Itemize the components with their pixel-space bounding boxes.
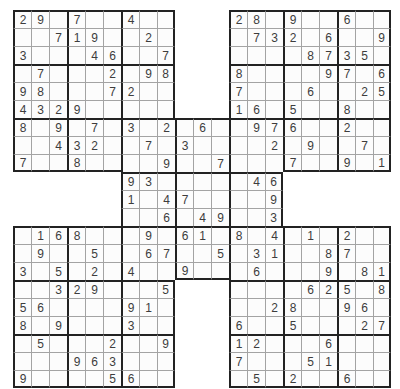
cell-r7c8[interactable] [139,118,157,136]
cell-r1c9[interactable] [157,10,175,28]
cell-r10c8[interactable]: 3 [139,172,157,190]
cell-r13c21[interactable] [373,226,391,244]
cell-r4c20[interactable] [355,64,373,82]
cell-r7c7[interactable]: 3 [121,118,139,136]
cell-r13c2[interactable]: 1 [31,226,49,244]
cell-r20c21[interactable] [373,352,391,370]
cell-r9c14[interactable] [247,154,265,172]
cell-r3c7[interactable] [121,46,139,64]
cell-r3c1[interactable]: 3 [13,46,31,64]
cell-r21c21[interactable] [373,370,391,388]
cell-r16c17[interactable]: 6 [301,280,319,298]
cell-r19c14[interactable]: 2 [247,334,265,352]
cell-r11c14[interactable] [247,190,265,208]
cell-r5c17[interactable]: 6 [301,82,319,100]
cell-r18c17[interactable] [301,316,319,334]
cell-r1c2[interactable]: 9 [31,10,49,28]
cell-r11c9[interactable]: 4 [157,190,175,208]
cell-r3c4[interactable] [67,46,85,64]
cell-r17c1[interactable]: 5 [13,298,31,316]
cell-r2c6[interactable] [103,28,121,46]
cell-r15c5[interactable]: 2 [85,262,103,280]
cell-r13c13[interactable]: 8 [229,226,247,244]
cell-r8c5[interactable]: 2 [85,136,103,154]
cell-r11c8[interactable] [139,190,157,208]
cell-r20c5[interactable]: 6 [85,352,103,370]
cell-r2c20[interactable] [355,28,373,46]
cell-r14c12[interactable]: 5 [211,244,229,262]
cell-r7c18[interactable] [319,118,337,136]
cell-r4c19[interactable]: 7 [337,64,355,82]
cell-r6c9[interactable] [157,100,175,118]
cell-r13c8[interactable]: 9 [139,226,157,244]
cell-r3c20[interactable]: 5 [355,46,373,64]
cell-r1c14[interactable]: 8 [247,10,265,28]
cell-r18c1[interactable]: 8 [13,316,31,334]
cell-r16c16[interactable] [283,280,301,298]
cell-r7c5[interactable]: 7 [85,118,103,136]
cell-r6c6[interactable] [103,100,121,118]
cell-r15c17[interactable] [301,262,319,280]
cell-r20c8[interactable] [139,352,157,370]
cell-r13c14[interactable] [247,226,265,244]
cell-r8c8[interactable]: 7 [139,136,157,154]
cell-r5c18[interactable] [319,82,337,100]
cell-r13c19[interactable]: 2 [337,226,355,244]
cell-r11c11[interactable] [193,190,211,208]
cell-r5c1[interactable]: 9 [13,82,31,100]
cell-r14c8[interactable]: 6 [139,244,157,262]
cell-r7c20[interactable] [355,118,373,136]
cell-r14c3[interactable] [49,244,67,262]
cell-r6c3[interactable]: 2 [49,100,67,118]
cell-r4c13[interactable]: 8 [229,64,247,82]
cell-r19c7[interactable] [121,334,139,352]
cell-r5c16[interactable] [283,82,301,100]
cell-r8c2[interactable] [31,136,49,154]
cell-r9c2[interactable] [31,154,49,172]
cell-r20c1[interactable] [13,352,31,370]
cell-r8c12[interactable] [211,136,229,154]
cell-r14c1[interactable] [13,244,31,262]
cell-r1c1[interactable]: 2 [13,10,31,28]
cell-r2c19[interactable] [337,28,355,46]
cell-r1c5[interactable] [85,10,103,28]
cell-r18c20[interactable]: 2 [355,316,373,334]
cell-r6c1[interactable]: 4 [13,100,31,118]
cell-r5c15[interactable] [265,82,283,100]
cell-r4c9[interactable]: 8 [157,64,175,82]
cell-r16c9[interactable]: 5 [157,280,175,298]
cell-r17c15[interactable]: 2 [265,298,283,316]
cell-r17c2[interactable]: 6 [31,298,49,316]
cell-r9c8[interactable] [139,154,157,172]
cell-r2c9[interactable] [157,28,175,46]
cell-r6c21[interactable] [373,100,391,118]
cell-r21c17[interactable] [301,370,319,388]
cell-r8c17[interactable]: 9 [301,136,319,154]
cell-r7c19[interactable]: 2 [337,118,355,136]
cell-r6c19[interactable]: 8 [337,100,355,118]
cell-r9c1[interactable]: 7 [13,154,31,172]
cell-r14c16[interactable] [283,244,301,262]
cell-r9c12[interactable]: 7 [211,154,229,172]
cell-r21c4[interactable] [67,370,85,388]
cell-r17c20[interactable]: 6 [355,298,373,316]
cell-r16c15[interactable] [265,280,283,298]
cell-r4c6[interactable]: 2 [103,64,121,82]
cell-r3c2[interactable] [31,46,49,64]
cell-r20c3[interactable] [49,352,67,370]
cell-r14c20[interactable] [355,244,373,262]
cell-r16c5[interactable]: 9 [85,280,103,298]
cell-r3c19[interactable]: 3 [337,46,355,64]
cell-r20c19[interactable] [337,352,355,370]
cell-r21c5[interactable] [85,370,103,388]
cell-r18c15[interactable] [265,316,283,334]
cell-r20c17[interactable]: 5 [301,352,319,370]
cell-r7c10[interactable] [175,118,193,136]
cell-r15c10[interactable]: 9 [175,262,193,280]
cell-r8c15[interactable]: 2 [265,136,283,154]
cell-r12c15[interactable]: 3 [265,208,283,226]
cell-r8c14[interactable] [247,136,265,154]
cell-r11c12[interactable] [211,190,229,208]
cell-r9c5[interactable] [85,154,103,172]
cell-r13c20[interactable] [355,226,373,244]
cell-r1c17[interactable] [301,10,319,28]
cell-r8c19[interactable] [337,136,355,154]
cell-r17c19[interactable]: 9 [337,298,355,316]
cell-r14c14[interactable]: 3 [247,244,265,262]
cell-r12c9[interactable]: 6 [157,208,175,226]
cell-r19c20[interactable] [355,334,373,352]
cell-r10c13[interactable] [229,172,247,190]
cell-r7c14[interactable]: 9 [247,118,265,136]
cell-r8c10[interactable]: 3 [175,136,193,154]
cell-r21c1[interactable]: 9 [13,370,31,388]
cell-r13c16[interactable] [283,226,301,244]
cell-r9c18[interactable] [319,154,337,172]
cell-r7c16[interactable]: 6 [283,118,301,136]
cell-r18c6[interactable] [103,316,121,334]
cell-r16c14[interactable] [247,280,265,298]
cell-r3c9[interactable]: 7 [157,46,175,64]
cell-r4c1[interactable] [13,64,31,82]
cell-r17c5[interactable] [85,298,103,316]
cell-r2c3[interactable]: 7 [49,28,67,46]
cell-r19c4[interactable] [67,334,85,352]
cell-r14c4[interactable] [67,244,85,262]
cell-r11c13[interactable] [229,190,247,208]
cell-r18c21[interactable]: 7 [373,316,391,334]
cell-r12c8[interactable] [139,208,157,226]
cell-r19c5[interactable] [85,334,103,352]
cell-r10c10[interactable] [175,172,193,190]
cell-r6c8[interactable] [139,100,157,118]
cell-r13c1[interactable] [13,226,31,244]
cell-r5c3[interactable] [49,82,67,100]
cell-r16c18[interactable]: 2 [319,280,337,298]
cell-r19c8[interactable] [139,334,157,352]
cell-r14c19[interactable]: 7 [337,244,355,262]
cell-r9c20[interactable] [355,154,373,172]
cell-r15c9[interactable] [157,262,175,280]
cell-r2c2[interactable] [31,28,49,46]
cell-r15c4[interactable] [67,262,85,280]
cell-r15c8[interactable] [139,262,157,280]
cell-r5c9[interactable] [157,82,175,100]
cell-r9c10[interactable] [175,154,193,172]
cell-r15c20[interactable]: 8 [355,262,373,280]
cell-r5c7[interactable]: 2 [121,82,139,100]
cell-r4c15[interactable] [265,64,283,82]
cell-r3c13[interactable] [229,46,247,64]
cell-r18c9[interactable] [157,316,175,334]
cell-r10c11[interactable] [193,172,211,190]
cell-r10c14[interactable]: 4 [247,172,265,190]
cell-r15c15[interactable] [265,262,283,280]
cell-r12c11[interactable]: 4 [193,208,211,226]
cell-r2c1[interactable] [13,28,31,46]
cell-r13c15[interactable]: 4 [265,226,283,244]
cell-r7c17[interactable] [301,118,319,136]
cell-r6c14[interactable]: 6 [247,100,265,118]
cell-r7c13[interactable] [229,118,247,136]
cell-r3c14[interactable] [247,46,265,64]
cell-r18c4[interactable] [67,316,85,334]
cell-r12c14[interactable] [247,208,265,226]
cell-r3c18[interactable]: 7 [319,46,337,64]
cell-r9c15[interactable] [265,154,283,172]
cell-r16c1[interactable] [13,280,31,298]
cell-r16c2[interactable] [31,280,49,298]
cell-r9c21[interactable]: 1 [373,154,391,172]
cell-r17c9[interactable] [157,298,175,316]
cell-r4c16[interactable] [283,64,301,82]
cell-r17c14[interactable] [247,298,265,316]
cell-r16c20[interactable] [355,280,373,298]
cell-r12c12[interactable]: 9 [211,208,229,226]
cell-r15c18[interactable]: 9 [319,262,337,280]
cell-r13c6[interactable] [103,226,121,244]
cell-r1c20[interactable] [355,10,373,28]
cell-r10c15[interactable]: 6 [265,172,283,190]
cell-r21c2[interactable] [31,370,49,388]
cell-r17c4[interactable] [67,298,85,316]
cell-r6c20[interactable] [355,100,373,118]
cell-r4c21[interactable]: 6 [373,64,391,82]
cell-r13c7[interactable] [121,226,139,244]
cell-r11c10[interactable]: 7 [175,190,193,208]
cell-r9c9[interactable]: 9 [157,154,175,172]
cell-r5c14[interactable] [247,82,265,100]
cell-r16c6[interactable] [103,280,121,298]
cell-r9c17[interactable] [301,154,319,172]
cell-r18c5[interactable] [85,316,103,334]
cell-r16c13[interactable] [229,280,247,298]
cell-r10c12[interactable] [211,172,229,190]
cell-r2c16[interactable]: 2 [283,28,301,46]
cell-r2c21[interactable]: 9 [373,28,391,46]
cell-r21c15[interactable] [265,370,283,388]
cell-r18c13[interactable]: 6 [229,316,247,334]
cell-r17c7[interactable]: 9 [121,298,139,316]
cell-r20c13[interactable]: 7 [229,352,247,370]
cell-r5c5[interactable] [85,82,103,100]
cell-r2c13[interactable] [229,28,247,46]
cell-r4c4[interactable] [67,64,85,82]
cell-r21c20[interactable] [355,370,373,388]
cell-r8c9[interactable] [157,136,175,154]
cell-r15c1[interactable]: 3 [13,262,31,280]
cell-r7c9[interactable]: 2 [157,118,175,136]
cell-r21c8[interactable] [139,370,157,388]
cell-r1c18[interactable] [319,10,337,28]
cell-r5c13[interactable]: 7 [229,82,247,100]
cell-r18c8[interactable] [139,316,157,334]
cell-r17c6[interactable] [103,298,121,316]
cell-r15c19[interactable] [337,262,355,280]
cell-r14c7[interactable] [121,244,139,262]
cell-r5c2[interactable]: 8 [31,82,49,100]
cell-r14c11[interactable] [193,244,211,262]
cell-r7c11[interactable]: 6 [193,118,211,136]
cell-r14c5[interactable]: 5 [85,244,103,262]
cell-r4c18[interactable]: 9 [319,64,337,82]
cell-r13c5[interactable] [85,226,103,244]
cell-r5c4[interactable] [67,82,85,100]
cell-r9c13[interactable] [229,154,247,172]
cell-r9c6[interactable] [103,154,121,172]
cell-r6c15[interactable] [265,100,283,118]
cell-r13c9[interactable] [157,226,175,244]
cell-r21c3[interactable] [49,370,67,388]
cell-r13c11[interactable]: 1 [193,226,211,244]
cell-r18c7[interactable]: 3 [121,316,139,334]
cell-r8c3[interactable]: 4 [49,136,67,154]
cell-r19c13[interactable]: 1 [229,334,247,352]
cell-r5c21[interactable]: 5 [373,82,391,100]
cell-r17c3[interactable] [49,298,67,316]
cell-r4c3[interactable] [49,64,67,82]
cell-r19c21[interactable] [373,334,391,352]
cell-r17c18[interactable] [319,298,337,316]
cell-r8c1[interactable] [13,136,31,154]
cell-r3c8[interactable] [139,46,157,64]
cell-r7c21[interactable] [373,118,391,136]
cell-r5c20[interactable]: 2 [355,82,373,100]
cell-r2c7[interactable] [121,28,139,46]
cell-r2c17[interactable] [301,28,319,46]
cell-r4c14[interactable] [247,64,265,82]
cell-r14c10[interactable] [175,244,193,262]
cell-r17c13[interactable] [229,298,247,316]
cell-r1c7[interactable]: 4 [121,10,139,28]
cell-r2c18[interactable]: 6 [319,28,337,46]
cell-r6c2[interactable]: 3 [31,100,49,118]
cell-r18c16[interactable]: 5 [283,316,301,334]
cell-r13c17[interactable]: 1 [301,226,319,244]
cell-r15c3[interactable]: 5 [49,262,67,280]
cell-r2c4[interactable]: 1 [67,28,85,46]
cell-r18c19[interactable] [337,316,355,334]
cell-r15c11[interactable] [193,262,211,280]
cell-r2c8[interactable]: 2 [139,28,157,46]
cell-r14c15[interactable]: 1 [265,244,283,262]
cell-r19c19[interactable] [337,334,355,352]
cell-r12c7[interactable] [121,208,139,226]
cell-r19c16[interactable] [283,334,301,352]
cell-r8c20[interactable]: 7 [355,136,373,154]
cell-r4c5[interactable] [85,64,103,82]
cell-r4c17[interactable] [301,64,319,82]
cell-r14c6[interactable] [103,244,121,262]
cell-r6c16[interactable]: 5 [283,100,301,118]
cell-r8c18[interactable] [319,136,337,154]
cell-r6c7[interactable] [121,100,139,118]
cell-r17c21[interactable] [373,298,391,316]
cell-r21c16[interactable]: 2 [283,370,301,388]
cell-r5c6[interactable]: 7 [103,82,121,100]
cell-r6c4[interactable]: 9 [67,100,85,118]
cell-r19c6[interactable]: 2 [103,334,121,352]
cell-r14c21[interactable] [373,244,391,262]
cell-r16c8[interactable] [139,280,157,298]
cell-r20c14[interactable] [247,352,265,370]
cell-r8c7[interactable] [121,136,139,154]
cell-r2c5[interactable]: 9 [85,28,103,46]
cell-r15c14[interactable]: 6 [247,262,265,280]
cell-r19c2[interactable]: 5 [31,334,49,352]
cell-r21c9[interactable] [157,370,175,388]
cell-r10c7[interactable]: 9 [121,172,139,190]
cell-r1c3[interactable] [49,10,67,28]
cell-r15c2[interactable] [31,262,49,280]
cell-r14c2[interactable]: 9 [31,244,49,262]
cell-r15c13[interactable] [229,262,247,280]
cell-r16c21[interactable]: 8 [373,280,391,298]
cell-r15c6[interactable] [103,262,121,280]
cell-r2c15[interactable]: 3 [265,28,283,46]
cell-r9c11[interactable] [193,154,211,172]
cell-r19c18[interactable]: 6 [319,334,337,352]
cell-r7c6[interactable] [103,118,121,136]
cell-r3c16[interactable] [283,46,301,64]
cell-r15c7[interactable]: 4 [121,262,139,280]
cell-r3c21[interactable] [373,46,391,64]
cell-r21c13[interactable] [229,370,247,388]
cell-r18c3[interactable]: 9 [49,316,67,334]
cell-r4c7[interactable] [121,64,139,82]
cell-r5c8[interactable] [139,82,157,100]
cell-r3c17[interactable]: 8 [301,46,319,64]
cell-r15c21[interactable]: 1 [373,262,391,280]
cell-r8c11[interactable] [193,136,211,154]
cell-r3c3[interactable] [49,46,67,64]
cell-r20c6[interactable]: 3 [103,352,121,370]
cell-r7c3[interactable]: 9 [49,118,67,136]
cell-r13c10[interactable]: 6 [175,226,193,244]
cell-r20c9[interactable] [157,352,175,370]
cell-r20c2[interactable] [31,352,49,370]
cell-r16c3[interactable]: 3 [49,280,67,298]
cell-r21c18[interactable] [319,370,337,388]
cell-r4c2[interactable]: 7 [31,64,49,82]
cell-r15c12[interactable] [211,262,229,280]
cell-r21c19[interactable]: 6 [337,370,355,388]
cell-r9c4[interactable]: 8 [67,154,85,172]
